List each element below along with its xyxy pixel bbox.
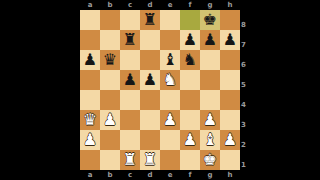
rank-labels-right: 87654321: [240, 10, 250, 170]
square-b8[interactable]: [100, 10, 120, 30]
rank-label-5: 5: [240, 70, 250, 90]
file-label-d: d: [140, 170, 160, 180]
black-pawn: ♟: [140, 70, 160, 90]
white-rook: ♜: [140, 150, 160, 170]
square-d7[interactable]: [140, 30, 160, 50]
white-pawn: ♟: [80, 130, 100, 150]
file-label-e: e: [160, 170, 180, 180]
square-a8[interactable]: [80, 10, 100, 30]
square-b3[interactable]: ♟: [100, 110, 120, 130]
square-h5[interactable]: [220, 70, 240, 90]
square-e6[interactable]: ♝: [160, 50, 180, 70]
white-pawn: ♟: [200, 110, 220, 130]
square-a7[interactable]: [80, 30, 100, 50]
black-pawn: ♟: [80, 50, 100, 70]
rank-label-6: 6: [240, 50, 250, 70]
square-g6[interactable]: [200, 50, 220, 70]
square-c7[interactable]: ♜: [120, 30, 140, 50]
square-h7[interactable]: ♟: [220, 30, 240, 50]
square-g1[interactable]: ♚: [200, 150, 220, 170]
white-pawn: ♟: [100, 110, 120, 130]
square-c1[interactable]: ♜: [120, 150, 140, 170]
white-bishop: ♝: [200, 130, 220, 150]
square-b1[interactable]: [100, 150, 120, 170]
file-label-c: c: [120, 170, 140, 180]
file-label-f: f: [180, 170, 200, 180]
square-d2[interactable]: [140, 130, 160, 150]
black-king: ♚: [200, 10, 220, 30]
black-queen: ♛: [100, 50, 120, 70]
square-g4[interactable]: [200, 90, 220, 110]
square-f4[interactable]: [180, 90, 200, 110]
square-f3[interactable]: [180, 110, 200, 130]
rank-label-8: 8: [240, 10, 250, 30]
square-d4[interactable]: [140, 90, 160, 110]
square-g5[interactable]: [200, 70, 220, 90]
white-knight: ♞: [160, 70, 180, 90]
square-f6[interactable]: ♞: [180, 50, 200, 70]
file-label-h: h: [220, 0, 240, 10]
square-a1[interactable]: [80, 150, 100, 170]
rank-label-4: 4: [240, 90, 250, 110]
square-g3[interactable]: ♟: [200, 110, 220, 130]
square-h3[interactable]: [220, 110, 240, 130]
white-king: ♚: [200, 150, 220, 170]
file-label-b: b: [100, 170, 120, 180]
square-b7[interactable]: [100, 30, 120, 50]
square-e1[interactable]: [160, 150, 180, 170]
file-label-c: c: [120, 0, 140, 10]
white-rook: ♜: [120, 150, 140, 170]
file-label-a: a: [80, 0, 100, 10]
square-c4[interactable]: [120, 90, 140, 110]
square-a3[interactable]: ♛: [80, 110, 100, 130]
square-c8[interactable]: [120, 10, 140, 30]
chess-board: ♜♚♜♟♟♟♟♛♝♞♟♟♞♛♟♟♟♟♟♝♟♜♜♚: [80, 10, 240, 170]
square-e2[interactable]: [160, 130, 180, 150]
square-d6[interactable]: [140, 50, 160, 70]
square-b5[interactable]: [100, 70, 120, 90]
rank-label-3: 3: [240, 110, 250, 130]
square-b4[interactable]: [100, 90, 120, 110]
square-d5[interactable]: ♟: [140, 70, 160, 90]
square-c3[interactable]: [120, 110, 140, 130]
square-c5[interactable]: ♟: [120, 70, 140, 90]
square-c6[interactable]: [120, 50, 140, 70]
square-g7[interactable]: ♟: [200, 30, 220, 50]
square-f7[interactable]: ♟: [180, 30, 200, 50]
file-label-e: e: [160, 0, 180, 10]
file-label-b: b: [100, 0, 120, 10]
square-a5[interactable]: [80, 70, 100, 90]
square-b6[interactable]: ♛: [100, 50, 120, 70]
square-a2[interactable]: ♟: [80, 130, 100, 150]
square-f8[interactable]: [180, 10, 200, 30]
black-knight: ♞: [180, 50, 200, 70]
file-label-h: h: [220, 170, 240, 180]
rank-label-1: 1: [240, 150, 250, 170]
file-labels-top: abcdefgh: [80, 0, 240, 10]
square-h2[interactable]: ♟: [220, 130, 240, 150]
square-e5[interactable]: ♞: [160, 70, 180, 90]
square-b2[interactable]: [100, 130, 120, 150]
black-pawn: ♟: [220, 30, 240, 50]
white-pawn: ♟: [160, 110, 180, 130]
square-f2[interactable]: ♟: [180, 130, 200, 150]
square-c2[interactable]: [120, 130, 140, 150]
square-h1[interactable]: [220, 150, 240, 170]
black-pawn: ♟: [200, 30, 220, 50]
chess-app-stage: abcdefgh ♜♚♜♟♟♟♟♛♝♞♟♟♞♛♟♟♟♟♟♝♟♜♜♚ abcdef…: [0, 0, 320, 180]
square-a4[interactable]: [80, 90, 100, 110]
file-label-g: g: [200, 0, 220, 10]
square-d3[interactable]: [140, 110, 160, 130]
square-g2[interactable]: ♝: [200, 130, 220, 150]
square-e7[interactable]: [160, 30, 180, 50]
file-label-f: f: [180, 0, 200, 10]
square-g8[interactable]: ♚: [200, 10, 220, 30]
square-h4[interactable]: [220, 90, 240, 110]
square-f1[interactable]: [180, 150, 200, 170]
rank-label-7: 7: [240, 30, 250, 50]
file-labels-bottom: abcdefgh: [80, 170, 240, 180]
square-e4[interactable]: [160, 90, 180, 110]
white-pawn: ♟: [220, 130, 240, 150]
square-h6[interactable]: [220, 50, 240, 70]
black-pawn: ♟: [180, 30, 200, 50]
square-d1[interactable]: ♜: [140, 150, 160, 170]
square-d8[interactable]: ♜: [140, 10, 160, 30]
square-f5[interactable]: [180, 70, 200, 90]
black-rook: ♜: [140, 10, 160, 30]
file-label-d: d: [140, 0, 160, 10]
square-e8[interactable]: [160, 10, 180, 30]
black-pawn: ♟: [120, 70, 140, 90]
square-a6[interactable]: ♟: [80, 50, 100, 70]
square-h8[interactable]: [220, 10, 240, 30]
rank-label-2: 2: [240, 130, 250, 150]
white-pawn: ♟: [180, 130, 200, 150]
black-bishop: ♝: [160, 50, 180, 70]
black-rook: ♜: [120, 30, 140, 50]
white-queen: ♛: [80, 110, 100, 130]
file-label-a: a: [80, 170, 100, 180]
square-e3[interactable]: ♟: [160, 110, 180, 130]
file-label-g: g: [200, 170, 220, 180]
